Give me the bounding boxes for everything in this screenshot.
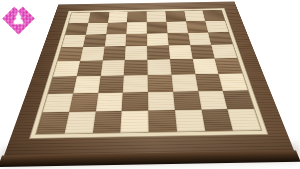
maple-border-strip bbox=[29, 8, 268, 139]
square-h4 bbox=[215, 58, 242, 74]
square-d5 bbox=[125, 46, 147, 60]
square-f5 bbox=[169, 45, 193, 59]
square-d6 bbox=[126, 33, 147, 46]
square-a8 bbox=[69, 12, 91, 23]
square-e3 bbox=[148, 75, 173, 92]
square-f6 bbox=[167, 33, 190, 46]
board-squares bbox=[35, 10, 262, 135]
square-h3 bbox=[219, 73, 248, 90]
square-d7 bbox=[126, 22, 146, 34]
product-photo: ♟ bbox=[0, 0, 300, 169]
board-frame bbox=[4, 1, 294, 155]
square-c5 bbox=[102, 46, 125, 60]
square-f8 bbox=[165, 11, 186, 22]
square-f2 bbox=[173, 91, 201, 110]
square-h2 bbox=[223, 90, 254, 109]
square-a4 bbox=[53, 61, 80, 77]
square-g7 bbox=[186, 21, 208, 33]
square-e7 bbox=[147, 22, 168, 34]
square-h8 bbox=[203, 10, 225, 21]
square-e6 bbox=[147, 33, 169, 46]
square-c6 bbox=[104, 34, 126, 47]
square-b8 bbox=[88, 12, 109, 23]
square-d4 bbox=[124, 60, 148, 76]
square-d8 bbox=[127, 11, 147, 22]
square-b3 bbox=[73, 76, 100, 93]
square-b6 bbox=[83, 34, 106, 47]
square-b1 bbox=[64, 112, 95, 134]
square-c3 bbox=[98, 75, 124, 92]
square-h1 bbox=[228, 109, 261, 131]
square-h6 bbox=[208, 32, 233, 45]
square-b2 bbox=[69, 93, 98, 112]
square-c7 bbox=[106, 22, 127, 34]
square-b7 bbox=[86, 23, 108, 35]
chessboard bbox=[4, 1, 294, 155]
square-a6 bbox=[62, 34, 86, 47]
square-c4 bbox=[100, 60, 125, 76]
square-a7 bbox=[65, 23, 88, 35]
square-c1 bbox=[92, 111, 121, 133]
merchant-logo: ♟ bbox=[2, 2, 35, 35]
square-f3 bbox=[171, 74, 198, 91]
square-d3 bbox=[123, 75, 148, 92]
square-c8 bbox=[108, 12, 128, 23]
square-a5 bbox=[57, 47, 82, 61]
square-f4 bbox=[170, 59, 195, 75]
square-e5 bbox=[147, 46, 170, 60]
square-g1 bbox=[201, 109, 233, 131]
square-d2 bbox=[122, 92, 148, 111]
square-e4 bbox=[147, 59, 171, 75]
square-c2 bbox=[95, 92, 123, 111]
square-h5 bbox=[211, 44, 237, 58]
square-e1 bbox=[148, 110, 176, 132]
square-b4 bbox=[77, 60, 103, 76]
square-b5 bbox=[80, 47, 104, 61]
square-f7 bbox=[166, 21, 188, 33]
square-e2 bbox=[148, 91, 175, 110]
square-e8 bbox=[147, 11, 167, 22]
square-d1 bbox=[121, 111, 149, 133]
square-h7 bbox=[205, 21, 228, 33]
square-f1 bbox=[175, 110, 205, 132]
pawn-icon: ♟ bbox=[7, 7, 30, 30]
